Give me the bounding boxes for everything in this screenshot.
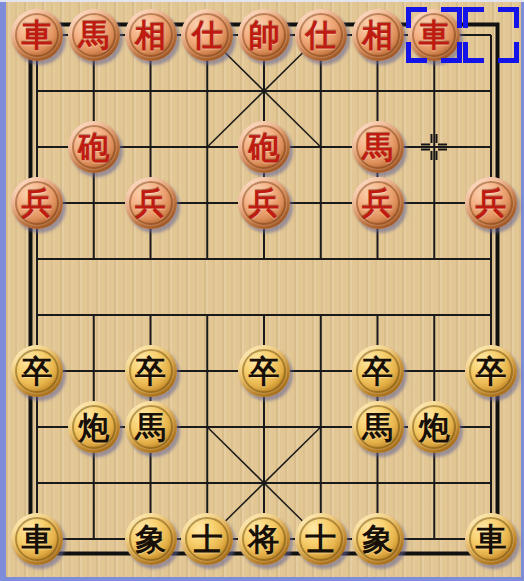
piece-glyph: 砲 [78, 132, 109, 163]
piece-black-advisor-d1[interactable]: 士 [181, 513, 233, 565]
last-move-from-marker [463, 7, 519, 63]
piece-red-horse-b10[interactable]: 馬 [68, 9, 120, 61]
piece-glyph: 兵 [22, 188, 53, 219]
piece-glyph: 兵 [362, 188, 393, 219]
piece-red-cannon-e8[interactable]: 砲 [238, 121, 290, 173]
piece-glyph: 卒 [135, 356, 166, 387]
piece-glyph: 炮 [419, 412, 450, 443]
piece-glyph: 砲 [249, 132, 280, 163]
piece-glyph: 仕 [192, 20, 223, 51]
piece-glyph: 馬 [362, 132, 393, 163]
piece-glyph: 車 [22, 524, 53, 555]
piece-black-elephant-c1[interactable]: 象 [125, 513, 177, 565]
piece-red-horse-g8[interactable]: 馬 [352, 121, 404, 173]
piece-black-cannon-h3[interactable]: 炮 [408, 401, 460, 453]
piece-glyph: 炮 [78, 412, 109, 443]
piece-glyph: 象 [135, 524, 166, 555]
piece-glyph: 象 [362, 524, 393, 555]
piece-glyph: 馬 [78, 20, 109, 51]
piece-glyph: 兵 [249, 188, 280, 219]
last-move-to-marker [406, 7, 462, 63]
piece-red-chariot-a10[interactable]: 車 [11, 9, 63, 61]
piece-glyph: 相 [135, 20, 166, 51]
piece-glyph: 車 [22, 20, 53, 51]
piece-black-horse-c3[interactable]: 馬 [125, 401, 177, 453]
piece-black-pawn-e4[interactable]: 卒 [238, 345, 290, 397]
window-frame: 車馬相仕帥仕相車砲砲馬兵兵兵兵兵卒卒卒卒卒炮馬馬炮車象士将士象車 [0, 0, 524, 581]
piece-red-pawn-c7[interactable]: 兵 [125, 177, 177, 229]
piece-red-advisor-f10[interactable]: 仕 [295, 9, 347, 61]
piece-glyph: 仕 [305, 20, 336, 51]
piece-glyph: 将 [249, 524, 280, 555]
piece-red-general-e10[interactable]: 帥 [238, 9, 290, 61]
piece-red-pawn-e7[interactable]: 兵 [238, 177, 290, 229]
piece-red-elephant-c10[interactable]: 相 [125, 9, 177, 61]
piece-glyph: 卒 [249, 356, 280, 387]
piece-red-pawn-a7[interactable]: 兵 [11, 177, 63, 229]
piece-glyph: 兵 [476, 188, 507, 219]
piece-red-elephant-g10[interactable]: 相 [352, 9, 404, 61]
piece-glyph: 士 [192, 524, 223, 555]
piece-glyph: 帥 [249, 20, 280, 51]
piece-black-pawn-i4[interactable]: 卒 [465, 345, 517, 397]
piece-black-pawn-c4[interactable]: 卒 [125, 345, 177, 397]
board-layer[interactable]: 車馬相仕帥仕相車砲砲馬兵兵兵兵兵卒卒卒卒卒炮馬馬炮車象士将士象車 [0, 0, 524, 581]
piece-glyph: 相 [362, 20, 393, 51]
piece-red-pawn-i7[interactable]: 兵 [465, 177, 517, 229]
piece-glyph: 馬 [362, 412, 393, 443]
piece-glyph: 卒 [476, 356, 507, 387]
piece-red-cannon-b8[interactable]: 砲 [68, 121, 120, 173]
piece-glyph: 車 [476, 524, 507, 555]
crosshair-cursor [420, 133, 448, 161]
piece-red-advisor-d10[interactable]: 仕 [181, 9, 233, 61]
piece-black-chariot-a1[interactable]: 車 [11, 513, 63, 565]
piece-red-pawn-g7[interactable]: 兵 [352, 177, 404, 229]
piece-black-pawn-g4[interactable]: 卒 [352, 345, 404, 397]
piece-glyph: 兵 [135, 188, 166, 219]
piece-black-chariot-i1[interactable]: 車 [465, 513, 517, 565]
piece-glyph: 士 [305, 524, 336, 555]
piece-glyph: 卒 [22, 356, 53, 387]
piece-black-cannon-b3[interactable]: 炮 [68, 401, 120, 453]
piece-black-pawn-a4[interactable]: 卒 [11, 345, 63, 397]
piece-black-general-e1[interactable]: 将 [238, 513, 290, 565]
piece-glyph: 馬 [135, 412, 166, 443]
piece-black-elephant-g1[interactable]: 象 [352, 513, 404, 565]
piece-black-horse-g3[interactable]: 馬 [352, 401, 404, 453]
piece-glyph: 卒 [362, 356, 393, 387]
piece-black-advisor-f1[interactable]: 士 [295, 513, 347, 565]
